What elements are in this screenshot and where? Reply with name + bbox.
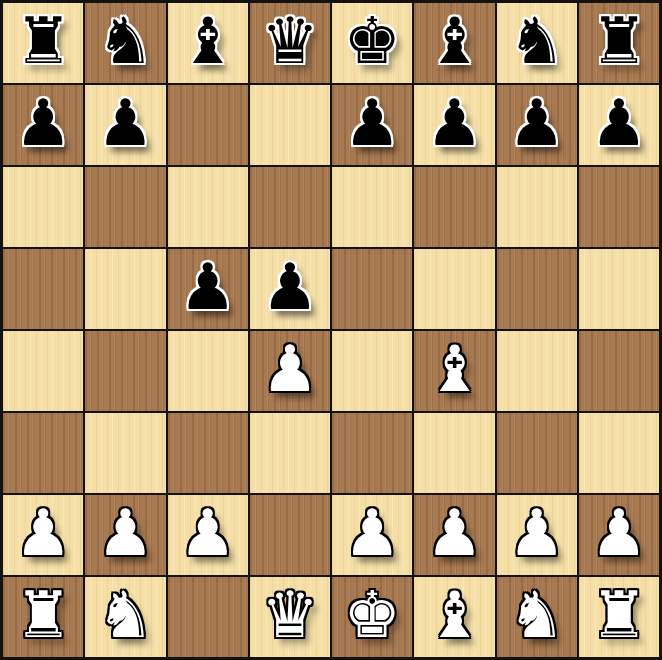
black-pawn[interactable]: ♟︎ — [343, 91, 400, 155]
white-rook[interactable]: ♜ — [590, 583, 647, 647]
square-g1[interactable]: ♞ — [497, 577, 577, 657]
square-b5[interactable] — [85, 249, 165, 329]
square-d5[interactable]: ♟︎ — [250, 249, 330, 329]
square-g5[interactable] — [497, 249, 577, 329]
square-c6[interactable] — [168, 167, 248, 247]
square-a1[interactable]: ♜ — [3, 577, 83, 657]
square-e4[interactable] — [332, 331, 412, 411]
square-h5[interactable] — [579, 249, 659, 329]
square-h6[interactable] — [579, 167, 659, 247]
square-d3[interactable] — [250, 413, 330, 493]
square-h2[interactable]: ♟︎ — [579, 495, 659, 575]
white-rook[interactable]: ♜ — [14, 583, 71, 647]
square-e8[interactable]: ♚ — [332, 3, 412, 83]
black-bishop[interactable]: ♝ — [426, 9, 483, 73]
white-pawn[interactable]: ♟︎ — [14, 501, 71, 565]
black-bishop[interactable]: ♝ — [179, 9, 236, 73]
white-pawn[interactable]: ♟︎ — [343, 501, 400, 565]
square-b1[interactable]: ♞ — [85, 577, 165, 657]
square-a5[interactable] — [3, 249, 83, 329]
square-f8[interactable]: ♝ — [414, 3, 494, 83]
square-g7[interactable]: ♟︎ — [497, 85, 577, 165]
square-f6[interactable] — [414, 167, 494, 247]
square-c2[interactable]: ♟︎ — [168, 495, 248, 575]
black-pawn[interactable]: ♟︎ — [261, 255, 318, 319]
square-b8[interactable]: ♞ — [85, 3, 165, 83]
square-g4[interactable] — [497, 331, 577, 411]
black-pawn[interactable]: ♟︎ — [14, 91, 71, 155]
square-e6[interactable] — [332, 167, 412, 247]
square-c7[interactable] — [168, 85, 248, 165]
square-a3[interactable] — [3, 413, 83, 493]
square-b6[interactable] — [85, 167, 165, 247]
square-f5[interactable] — [414, 249, 494, 329]
white-bishop[interactable]: ♝ — [426, 337, 483, 401]
square-c5[interactable]: ♟︎ — [168, 249, 248, 329]
square-d2[interactable] — [250, 495, 330, 575]
square-f1[interactable]: ♝ — [414, 577, 494, 657]
square-f7[interactable]: ♟︎ — [414, 85, 494, 165]
square-g3[interactable] — [497, 413, 577, 493]
white-pawn[interactable]: ♟︎ — [97, 501, 154, 565]
square-g6[interactable] — [497, 167, 577, 247]
square-f2[interactable]: ♟︎ — [414, 495, 494, 575]
square-c8[interactable]: ♝ — [168, 3, 248, 83]
white-pawn[interactable]: ♟︎ — [179, 501, 236, 565]
white-pawn[interactable]: ♟︎ — [508, 501, 565, 565]
square-b4[interactable] — [85, 331, 165, 411]
square-c4[interactable] — [168, 331, 248, 411]
square-a2[interactable]: ♟︎ — [3, 495, 83, 575]
square-a4[interactable] — [3, 331, 83, 411]
black-rook[interactable]: ♜ — [14, 9, 71, 73]
black-queen[interactable]: ♛ — [261, 9, 318, 73]
white-queen[interactable]: ♛ — [261, 583, 318, 647]
square-e5[interactable] — [332, 249, 412, 329]
square-c1[interactable] — [168, 577, 248, 657]
square-c3[interactable] — [168, 413, 248, 493]
black-knight[interactable]: ♞ — [97, 9, 154, 73]
black-rook[interactable]: ♜ — [590, 9, 647, 73]
square-a6[interactable] — [3, 167, 83, 247]
square-e2[interactable]: ♟︎ — [332, 495, 412, 575]
square-f4[interactable]: ♝ — [414, 331, 494, 411]
square-h1[interactable]: ♜ — [579, 577, 659, 657]
white-knight[interactable]: ♞ — [508, 583, 565, 647]
square-d1[interactable]: ♛ — [250, 577, 330, 657]
white-pawn[interactable]: ♟︎ — [590, 501, 647, 565]
square-e7[interactable]: ♟︎ — [332, 85, 412, 165]
square-d4[interactable]: ♟︎ — [250, 331, 330, 411]
black-pawn[interactable]: ♟︎ — [426, 91, 483, 155]
square-h8[interactable]: ♜ — [579, 3, 659, 83]
square-b7[interactable]: ♟︎ — [85, 85, 165, 165]
black-king[interactable]: ♚ — [343, 9, 400, 73]
square-e3[interactable] — [332, 413, 412, 493]
square-a7[interactable]: ♟︎ — [3, 85, 83, 165]
white-pawn[interactable]: ♟︎ — [261, 337, 318, 401]
square-b3[interactable] — [85, 413, 165, 493]
black-knight[interactable]: ♞ — [508, 9, 565, 73]
white-pawn[interactable]: ♟︎ — [426, 501, 483, 565]
black-pawn[interactable]: ♟︎ — [590, 91, 647, 155]
square-a8[interactable]: ♜ — [3, 3, 83, 83]
square-e1[interactable]: ♚ — [332, 577, 412, 657]
square-f3[interactable] — [414, 413, 494, 493]
chess-board: ♜♞♝♛♚♝♞♜♟︎♟︎♟︎♟︎♟︎♟︎♟︎♟︎♟︎♝♟︎♟︎♟︎♟︎♟︎♟︎♟… — [0, 0, 662, 660]
square-g2[interactable]: ♟︎ — [497, 495, 577, 575]
square-h3[interactable] — [579, 413, 659, 493]
square-h7[interactable]: ♟︎ — [579, 85, 659, 165]
black-pawn[interactable]: ♟︎ — [508, 91, 565, 155]
square-h4[interactable] — [579, 331, 659, 411]
square-d6[interactable] — [250, 167, 330, 247]
square-d8[interactable]: ♛ — [250, 3, 330, 83]
black-pawn[interactable]: ♟︎ — [179, 255, 236, 319]
white-bishop[interactable]: ♝ — [426, 583, 483, 647]
square-d7[interactable] — [250, 85, 330, 165]
white-king[interactable]: ♚ — [343, 583, 400, 647]
black-pawn[interactable]: ♟︎ — [97, 91, 154, 155]
square-b2[interactable]: ♟︎ — [85, 495, 165, 575]
white-knight[interactable]: ♞ — [97, 583, 154, 647]
square-g8[interactable]: ♞ — [497, 3, 577, 83]
